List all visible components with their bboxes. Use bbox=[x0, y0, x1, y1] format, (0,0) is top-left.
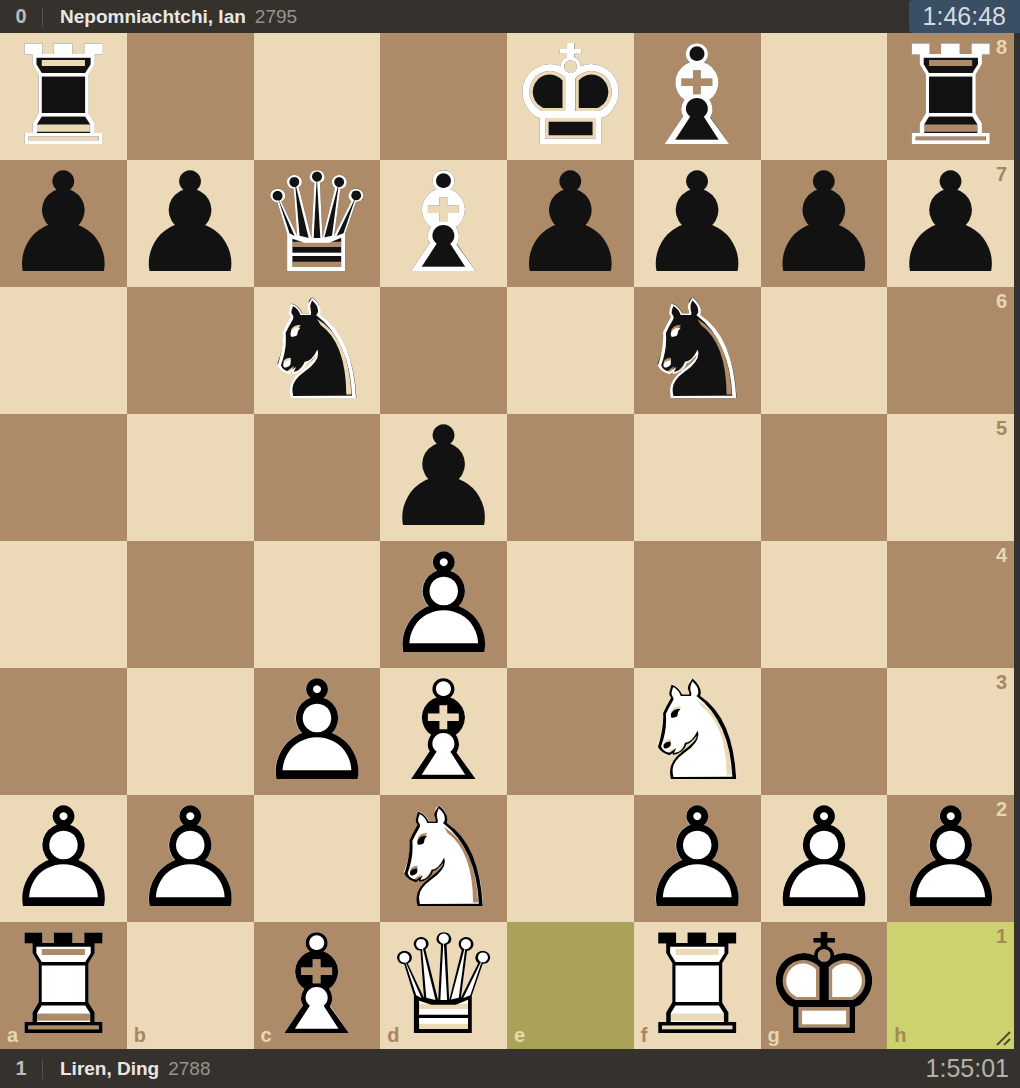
piece-outline-glyph: ♔ bbox=[507, 33, 634, 160]
square-b3[interactable] bbox=[127, 668, 254, 795]
piece-outline-glyph: ♗ bbox=[634, 33, 761, 160]
piece-fill-glyph: ♞ bbox=[634, 287, 761, 414]
square-g2[interactable]: ♟♙ bbox=[761, 795, 888, 922]
square-e1[interactable]: e bbox=[507, 922, 634, 1049]
square-e8[interactable]: ♚♔ bbox=[507, 33, 634, 160]
black-bishop: ♝♗ bbox=[634, 33, 761, 160]
square-b1[interactable]: b bbox=[127, 922, 254, 1049]
piece-outline-glyph: ♙ bbox=[0, 795, 127, 922]
square-c3[interactable]: ♟♙ bbox=[254, 668, 381, 795]
square-b5[interactable] bbox=[127, 414, 254, 541]
black-knight: ♞♘ bbox=[254, 287, 381, 414]
square-c8[interactable] bbox=[254, 33, 381, 160]
bottom-player-score: 1 bbox=[0, 1057, 42, 1080]
piece-outline-glyph: ♘ bbox=[254, 287, 381, 414]
square-h8[interactable]: ♜♖8 bbox=[887, 33, 1014, 160]
rank-label-7: 7 bbox=[996, 164, 1007, 184]
piece-fill-glyph: ♟ bbox=[634, 160, 761, 287]
square-a6[interactable] bbox=[0, 287, 127, 414]
square-d3[interactable]: ♝♗ bbox=[380, 668, 507, 795]
square-f2[interactable]: ♟♙ bbox=[634, 795, 761, 922]
square-g7[interactable]: ♟ bbox=[761, 160, 888, 287]
square-c2[interactable] bbox=[254, 795, 381, 922]
piece-outline-glyph: ♙ bbox=[761, 795, 888, 922]
black-king: ♚♔ bbox=[507, 33, 634, 160]
rank-label-8: 8 bbox=[996, 37, 1007, 57]
square-f3[interactable]: ♞♘ bbox=[634, 668, 761, 795]
piece-fill-glyph: ♜ bbox=[0, 33, 127, 160]
piece-fill-glyph: ♜ bbox=[634, 922, 761, 1049]
piece-outline-glyph: ♗ bbox=[254, 922, 381, 1049]
square-h1[interactable]: h1 bbox=[887, 922, 1014, 1049]
black-pawn: ♟ bbox=[761, 160, 888, 287]
piece-fill-glyph: ♞ bbox=[634, 668, 761, 795]
file-label-c: c bbox=[261, 1025, 272, 1045]
white-rook: ♜♖ bbox=[634, 922, 761, 1049]
square-e5[interactable] bbox=[507, 414, 634, 541]
file-label-a: a bbox=[7, 1025, 18, 1045]
square-d8[interactable] bbox=[380, 33, 507, 160]
piece-fill-glyph: ♟ bbox=[634, 795, 761, 922]
square-b6[interactable] bbox=[127, 287, 254, 414]
square-h7[interactable]: ♟7 bbox=[887, 160, 1014, 287]
white-pawn: ♟♙ bbox=[634, 795, 761, 922]
piece-outline-glyph: ♗ bbox=[380, 160, 507, 287]
square-a4[interactable] bbox=[0, 541, 127, 668]
square-a5[interactable] bbox=[0, 414, 127, 541]
square-c7[interactable]: ♛♕ bbox=[254, 160, 381, 287]
square-g5[interactable] bbox=[761, 414, 888, 541]
square-d6[interactable] bbox=[380, 287, 507, 414]
square-d4[interactable]: ♟♙ bbox=[380, 541, 507, 668]
square-d5[interactable]: ♟ bbox=[380, 414, 507, 541]
black-bishop: ♝♗ bbox=[380, 160, 507, 287]
piece-fill-glyph: ♝ bbox=[634, 33, 761, 160]
piece-fill-glyph: ♟ bbox=[380, 414, 507, 541]
top-bar-separator bbox=[42, 7, 43, 27]
white-knight: ♞♘ bbox=[380, 795, 507, 922]
square-h4[interactable]: 4 bbox=[887, 541, 1014, 668]
piece-fill-glyph: ♟ bbox=[127, 795, 254, 922]
black-rook: ♜♖ bbox=[0, 33, 127, 160]
white-knight: ♞♘ bbox=[634, 668, 761, 795]
white-pawn: ♟♙ bbox=[0, 795, 127, 922]
square-f8[interactable]: ♝♗ bbox=[634, 33, 761, 160]
black-queen: ♛♕ bbox=[254, 160, 381, 287]
square-a7[interactable]: ♟ bbox=[0, 160, 127, 287]
square-f1[interactable]: ♜♖f bbox=[634, 922, 761, 1049]
top-player-clock: 1:46:48 bbox=[909, 0, 1020, 33]
piece-outline-glyph: ♘ bbox=[380, 795, 507, 922]
black-pawn: ♟ bbox=[634, 160, 761, 287]
white-pawn: ♟♙ bbox=[254, 668, 381, 795]
piece-fill-glyph: ♟ bbox=[507, 160, 634, 287]
white-pawn: ♟♙ bbox=[380, 541, 507, 668]
square-c5[interactable] bbox=[254, 414, 381, 541]
piece-fill-glyph: ♟ bbox=[0, 795, 127, 922]
white-pawn: ♟♙ bbox=[127, 795, 254, 922]
square-c4[interactable] bbox=[254, 541, 381, 668]
chess-board: ♜♖♚♔♝♗♜♖8♟♟♛♕♝♗♟♟♟♟7♞♘♞♘6♟5♟♙4♟♙♝♗♞♘3♟♙♟… bbox=[0, 33, 1014, 1049]
square-h5[interactable]: 5 bbox=[887, 414, 1014, 541]
piece-outline-glyph: ♘ bbox=[634, 668, 761, 795]
square-c1[interactable]: ♝♗c bbox=[254, 922, 381, 1049]
file-label-b: b bbox=[134, 1025, 146, 1045]
piece-fill-glyph: ♝ bbox=[380, 160, 507, 287]
square-a8[interactable]: ♜♖ bbox=[0, 33, 127, 160]
square-e3[interactable] bbox=[507, 668, 634, 795]
piece-fill-glyph: ♟ bbox=[380, 541, 507, 668]
file-label-f: f bbox=[641, 1025, 648, 1045]
square-a2[interactable]: ♟♙ bbox=[0, 795, 127, 922]
file-label-d: d bbox=[387, 1025, 399, 1045]
piece-outline-glyph: ♖ bbox=[0, 922, 127, 1049]
file-label-g: g bbox=[768, 1025, 780, 1045]
square-e2[interactable] bbox=[507, 795, 634, 922]
square-g3[interactable] bbox=[761, 668, 888, 795]
black-pawn: ♟ bbox=[0, 160, 127, 287]
rank-label-4: 4 bbox=[996, 545, 1007, 565]
white-bishop: ♝♗ bbox=[380, 668, 507, 795]
square-a1[interactable]: ♜♖a bbox=[0, 922, 127, 1049]
square-g1[interactable]: ♚♔g bbox=[761, 922, 888, 1049]
square-d2[interactable]: ♞♘ bbox=[380, 795, 507, 922]
piece-outline-glyph: ♙ bbox=[634, 795, 761, 922]
square-e7[interactable]: ♟ bbox=[507, 160, 634, 287]
top-player-score: 0 bbox=[0, 5, 42, 28]
bottom-bar-separator bbox=[42, 1059, 43, 1079]
piece-fill-glyph: ♝ bbox=[254, 922, 381, 1049]
piece-fill-glyph: ♟ bbox=[761, 160, 888, 287]
rank-label-6: 6 bbox=[996, 291, 1007, 311]
black-pawn: ♟ bbox=[507, 160, 634, 287]
black-pawn: ♟ bbox=[380, 414, 507, 541]
top-player-bar: 0 Nepomniachtchi, Ian 2795 1:46:48 bbox=[0, 0, 1020, 33]
piece-fill-glyph: ♚ bbox=[507, 33, 634, 160]
bottom-player-name: Liren, Ding bbox=[60, 1058, 159, 1080]
square-h3[interactable]: 3 bbox=[887, 668, 1014, 795]
rank-label-2: 2 bbox=[996, 799, 1007, 819]
square-f7[interactable]: ♟ bbox=[634, 160, 761, 287]
piece-outline-glyph: ♘ bbox=[634, 287, 761, 414]
piece-outline-glyph: ♕ bbox=[254, 160, 381, 287]
piece-fill-glyph: ♞ bbox=[254, 287, 381, 414]
piece-outline-glyph: ♙ bbox=[127, 795, 254, 922]
piece-fill-glyph: ♞ bbox=[380, 795, 507, 922]
white-bishop: ♝♗ bbox=[254, 922, 381, 1049]
piece-fill-glyph: ♟ bbox=[761, 795, 888, 922]
square-f5[interactable] bbox=[634, 414, 761, 541]
rank-label-3: 3 bbox=[996, 672, 1007, 692]
square-g8[interactable] bbox=[761, 33, 888, 160]
square-g6[interactable] bbox=[761, 287, 888, 414]
file-label-h: h bbox=[894, 1025, 906, 1045]
square-e6[interactable] bbox=[507, 287, 634, 414]
square-b2[interactable]: ♟♙ bbox=[127, 795, 254, 922]
square-e4[interactable] bbox=[507, 541, 634, 668]
square-d1[interactable]: ♛♕d bbox=[380, 922, 507, 1049]
piece-outline-glyph: ♖ bbox=[0, 33, 127, 160]
square-h6[interactable]: 6 bbox=[887, 287, 1014, 414]
white-rook: ♜♖ bbox=[0, 922, 127, 1049]
piece-fill-glyph: ♟ bbox=[254, 668, 381, 795]
bottom-player-bar: 1 Liren, Ding 2788 1:55:01 bbox=[0, 1049, 1020, 1088]
square-a3[interactable] bbox=[0, 668, 127, 795]
square-f6[interactable]: ♞♘ bbox=[634, 287, 761, 414]
file-label-e: e bbox=[514, 1025, 525, 1045]
piece-fill-glyph: ♟ bbox=[0, 160, 127, 287]
bottom-player-rating: 2788 bbox=[168, 1058, 210, 1080]
square-f4[interactable] bbox=[634, 541, 761, 668]
piece-fill-glyph: ♜ bbox=[0, 922, 127, 1049]
bottom-player-clock: 1:55:01 bbox=[915, 1049, 1020, 1088]
square-b7[interactable]: ♟ bbox=[127, 160, 254, 287]
piece-fill-glyph: ♟ bbox=[127, 160, 254, 287]
square-c6[interactable]: ♞♘ bbox=[254, 287, 381, 414]
top-player-rating: 2795 bbox=[255, 6, 297, 28]
square-d7[interactable]: ♝♗ bbox=[380, 160, 507, 287]
piece-outline-glyph: ♙ bbox=[380, 541, 507, 668]
square-b8[interactable] bbox=[127, 33, 254, 160]
black-pawn: ♟ bbox=[127, 160, 254, 287]
piece-fill-glyph: ♝ bbox=[380, 668, 507, 795]
piece-outline-glyph: ♗ bbox=[380, 668, 507, 795]
rank-label-1: 1 bbox=[996, 926, 1007, 946]
white-pawn: ♟♙ bbox=[761, 795, 888, 922]
square-g4[interactable] bbox=[761, 541, 888, 668]
black-knight: ♞♘ bbox=[634, 287, 761, 414]
resize-handle-icon[interactable] bbox=[992, 1027, 1012, 1047]
top-player-name: Nepomniachtchi, Ian bbox=[60, 6, 246, 28]
piece-fill-glyph: ♛ bbox=[254, 160, 381, 287]
piece-outline-glyph: ♙ bbox=[254, 668, 381, 795]
square-b4[interactable] bbox=[127, 541, 254, 668]
rank-label-5: 5 bbox=[996, 418, 1007, 438]
piece-outline-glyph: ♖ bbox=[634, 922, 761, 1049]
square-h2[interactable]: ♟♙2 bbox=[887, 795, 1014, 922]
